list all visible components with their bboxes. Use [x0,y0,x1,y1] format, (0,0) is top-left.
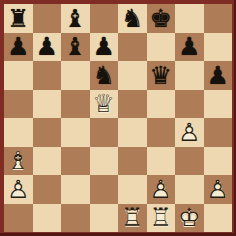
square-c5[interactable] [61,90,90,119]
square-d4[interactable] [90,118,119,147]
square-a5[interactable] [4,90,33,119]
piece-glyph-layer: ♟ [204,61,233,90]
white-queen-icon[interactable]: ♛♕ [90,90,119,119]
square-h4[interactable] [204,118,233,147]
square-a1[interactable] [4,204,33,233]
piece-outline-layer: ♔ [175,204,204,233]
square-e6[interactable] [118,61,147,90]
white-pawn-icon[interactable]: ♟♙ [4,175,33,204]
square-h3[interactable] [204,147,233,176]
square-f7[interactable] [147,33,176,62]
piece-outline-layer: ♖ [118,204,147,233]
square-e7[interactable] [118,33,147,62]
piece-outline-layer: ♖ [147,204,176,233]
square-f8[interactable]: ♚ [147,4,176,33]
piece-outline-layer: ♙ [175,118,204,147]
square-c3[interactable] [61,147,90,176]
piece-outline-layer: ♙ [204,175,233,204]
square-a4[interactable] [4,118,33,147]
white-rook-icon[interactable]: ♜♖ [147,204,176,233]
black-knight-icon[interactable]: ♞ [118,4,147,33]
square-g1[interactable]: ♚♔ [175,204,204,233]
piece-glyph-layer: ♝ [61,4,90,33]
piece-glyph-layer: ♞ [118,4,147,33]
white-king-icon[interactable]: ♚♔ [175,204,204,233]
black-pawn-icon[interactable]: ♟ [33,33,62,62]
square-e8[interactable]: ♞ [118,4,147,33]
square-g8[interactable] [175,4,204,33]
square-e4[interactable] [118,118,147,147]
black-pawn-icon[interactable]: ♟ [90,33,119,62]
square-a7[interactable]: ♟ [4,33,33,62]
piece-outline-layer: ♗ [4,147,33,176]
square-b3[interactable] [33,147,62,176]
square-a6[interactable] [4,61,33,90]
square-h5[interactable] [204,90,233,119]
square-c6[interactable] [61,61,90,90]
square-b7[interactable]: ♟ [33,33,62,62]
square-f3[interactable] [147,147,176,176]
chess-diagram: ♜♝♞♚♟♟♝♟♟♞♛♟♛♕♟♙♝♗♟♙♟♙♟♙♜♖♜♖♚♔ [0,0,236,236]
square-d1[interactable] [90,204,119,233]
square-e2[interactable] [118,175,147,204]
square-b2[interactable] [33,175,62,204]
piece-glyph-layer: ♟ [175,33,204,62]
square-h1[interactable] [204,204,233,233]
square-f6[interactable]: ♛ [147,61,176,90]
black-pawn-icon[interactable]: ♟ [175,33,204,62]
black-pawn-icon[interactable]: ♟ [204,61,233,90]
black-king-icon[interactable]: ♚ [147,4,176,33]
square-d6[interactable]: ♞ [90,61,119,90]
square-g3[interactable] [175,147,204,176]
piece-glyph-layer: ♞ [90,61,119,90]
square-g5[interactable] [175,90,204,119]
square-d3[interactable] [90,147,119,176]
square-c2[interactable] [61,175,90,204]
square-a3[interactable]: ♝♗ [4,147,33,176]
square-c7[interactable]: ♝ [61,33,90,62]
square-g2[interactable] [175,175,204,204]
square-d8[interactable] [90,4,119,33]
square-h6[interactable]: ♟ [204,61,233,90]
square-d7[interactable]: ♟ [90,33,119,62]
square-e3[interactable] [118,147,147,176]
white-pawn-icon[interactable]: ♟♙ [175,118,204,147]
black-bishop-icon[interactable]: ♝ [61,4,90,33]
square-a8[interactable]: ♜ [4,4,33,33]
piece-glyph-layer: ♟ [33,33,62,62]
board-frame: ♜♝♞♚♟♟♝♟♟♞♛♟♛♕♟♙♝♗♟♙♟♙♟♙♜♖♜♖♚♔ [0,0,236,236]
white-rook-icon[interactable]: ♜♖ [118,204,147,233]
square-g7[interactable]: ♟ [175,33,204,62]
piece-glyph-layer: ♟ [4,33,33,62]
piece-glyph-layer: ♟ [90,33,119,62]
square-f1[interactable]: ♜♖ [147,204,176,233]
square-h2[interactable]: ♟♙ [204,175,233,204]
square-d2[interactable] [90,175,119,204]
white-bishop-icon[interactable]: ♝♗ [4,147,33,176]
square-e5[interactable] [118,90,147,119]
square-h8[interactable] [204,4,233,33]
square-b8[interactable] [33,4,62,33]
black-queen-icon[interactable]: ♛ [147,61,176,90]
square-c4[interactable] [61,118,90,147]
square-f5[interactable] [147,90,176,119]
square-b5[interactable] [33,90,62,119]
square-f4[interactable] [147,118,176,147]
white-pawn-icon[interactable]: ♟♙ [147,175,176,204]
black-pawn-icon[interactable]: ♟ [4,33,33,62]
black-rook-icon[interactable]: ♜ [4,4,33,33]
square-b1[interactable] [33,204,62,233]
square-g6[interactable] [175,61,204,90]
piece-outline-layer: ♕ [90,90,119,119]
square-e1[interactable]: ♜♖ [118,204,147,233]
piece-glyph-layer: ♜ [4,4,33,33]
piece-glyph-layer: ♝ [61,33,90,62]
square-b4[interactable] [33,118,62,147]
square-g4[interactable]: ♟♙ [175,118,204,147]
square-f2[interactable]: ♟♙ [147,175,176,204]
square-b6[interactable] [33,61,62,90]
piece-glyph-layer: ♛ [147,61,176,90]
piece-outline-layer: ♙ [147,175,176,204]
square-d5[interactable]: ♛♕ [90,90,119,119]
square-c8[interactable]: ♝ [61,4,90,33]
piece-glyph-layer: ♚ [147,4,176,33]
black-knight-icon[interactable]: ♞ [90,61,119,90]
white-pawn-icon[interactable]: ♟♙ [204,175,233,204]
black-bishop-icon[interactable]: ♝ [61,33,90,62]
chess-board[interactable]: ♜♝♞♚♟♟♝♟♟♞♛♟♛♕♟♙♝♗♟♙♟♙♟♙♜♖♜♖♚♔ [4,4,232,232]
square-c1[interactable] [61,204,90,233]
piece-outline-layer: ♙ [4,175,33,204]
square-h7[interactable] [204,33,233,62]
square-a2[interactable]: ♟♙ [4,175,33,204]
